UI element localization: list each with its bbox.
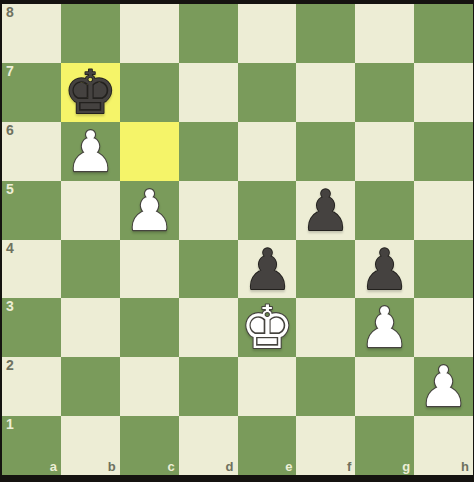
- square-f3[interactable]: [296, 298, 355, 357]
- square-a3[interactable]: 3: [2, 298, 61, 357]
- square-c1[interactable]: c: [120, 416, 179, 475]
- square-e2[interactable]: [238, 357, 297, 416]
- file-label-a: a: [50, 460, 57, 474]
- svg-text:♟: ♟: [65, 122, 115, 181]
- file-label-e: e: [285, 460, 292, 474]
- square-a6[interactable]: 6: [2, 122, 61, 181]
- svg-text:♟: ♟: [360, 240, 410, 299]
- square-a2[interactable]: 2: [2, 357, 61, 416]
- square-g2[interactable]: [355, 357, 414, 416]
- square-a7[interactable]: 7: [2, 63, 61, 122]
- white-pawn[interactable]: ♟: [61, 122, 120, 181]
- square-d5[interactable]: [179, 181, 238, 240]
- svg-text:♟: ♟: [419, 357, 469, 416]
- square-g4[interactable]: ♟: [355, 240, 414, 299]
- svg-text:♟: ♟: [301, 181, 351, 240]
- square-g1[interactable]: g: [355, 416, 414, 475]
- rank-label-4: 4: [6, 241, 14, 256]
- square-h5[interactable]: [414, 181, 473, 240]
- black-pawn[interactable]: ♟: [355, 240, 414, 299]
- square-g3[interactable]: ♟: [355, 298, 414, 357]
- square-e5[interactable]: [238, 181, 297, 240]
- square-f6[interactable]: [296, 122, 355, 181]
- square-e8[interactable]: [238, 4, 297, 63]
- file-label-d: d: [226, 460, 234, 474]
- square-b7[interactable]: ♚: [61, 63, 120, 122]
- square-f8[interactable]: [296, 4, 355, 63]
- square-h1[interactable]: h: [414, 416, 473, 475]
- square-e4[interactable]: ♟: [238, 240, 297, 299]
- square-h7[interactable]: [414, 63, 473, 122]
- square-e7[interactable]: [238, 63, 297, 122]
- square-h4[interactable]: [414, 240, 473, 299]
- rank-label-5: 5: [6, 182, 14, 197]
- square-e6[interactable]: [238, 122, 297, 181]
- file-label-b: b: [108, 460, 116, 474]
- square-e3[interactable]: ♚: [238, 298, 297, 357]
- rank-label-7: 7: [6, 64, 14, 79]
- black-king[interactable]: ♚: [61, 63, 120, 122]
- square-d3[interactable]: [179, 298, 238, 357]
- white-pawn[interactable]: ♟: [414, 357, 473, 416]
- square-f2[interactable]: [296, 357, 355, 416]
- square-c7[interactable]: [120, 63, 179, 122]
- square-f4[interactable]: [296, 240, 355, 299]
- svg-text:♚: ♚: [240, 298, 294, 357]
- square-h6[interactable]: [414, 122, 473, 181]
- square-d6[interactable]: [179, 122, 238, 181]
- white-pawn[interactable]: ♟: [355, 298, 414, 357]
- square-g7[interactable]: [355, 63, 414, 122]
- svg-text:♟: ♟: [124, 181, 174, 240]
- square-c5[interactable]: ♟: [120, 181, 179, 240]
- white-king[interactable]: ♚: [238, 298, 297, 357]
- square-b8[interactable]: [61, 4, 120, 63]
- square-f7[interactable]: [296, 63, 355, 122]
- rank-label-1: 1: [6, 417, 14, 432]
- square-d2[interactable]: [179, 357, 238, 416]
- square-b5[interactable]: [61, 181, 120, 240]
- rank-label-3: 3: [6, 299, 14, 314]
- square-h3[interactable]: [414, 298, 473, 357]
- file-label-c: c: [167, 460, 174, 474]
- white-pawn[interactable]: ♟: [120, 181, 179, 240]
- rank-label-2: 2: [6, 358, 14, 373]
- square-a8[interactable]: 8: [2, 4, 61, 63]
- square-d4[interactable]: [179, 240, 238, 299]
- square-c3[interactable]: [120, 298, 179, 357]
- square-b1[interactable]: b: [61, 416, 120, 475]
- square-h2[interactable]: ♟: [414, 357, 473, 416]
- square-c4[interactable]: [120, 240, 179, 299]
- square-d1[interactable]: d: [179, 416, 238, 475]
- square-a4[interactable]: 4: [2, 240, 61, 299]
- square-e1[interactable]: e: [238, 416, 297, 475]
- file-label-f: f: [347, 460, 351, 474]
- file-label-g: g: [402, 460, 410, 474]
- svg-text:♚: ♚: [63, 63, 117, 122]
- square-a5[interactable]: 5: [2, 181, 61, 240]
- black-pawn[interactable]: ♟: [238, 240, 297, 299]
- black-pawn[interactable]: ♟: [296, 181, 355, 240]
- square-c6[interactable]: [120, 122, 179, 181]
- rank-label-6: 6: [6, 123, 14, 138]
- file-label-h: h: [461, 460, 469, 474]
- chess-app-window: 87♚6♟5♟♟4♟♟3♚♟2♟1abcdefgh: [0, 0, 474, 482]
- square-b3[interactable]: [61, 298, 120, 357]
- square-f1[interactable]: f: [296, 416, 355, 475]
- rank-label-8: 8: [6, 5, 14, 20]
- square-g5[interactable]: [355, 181, 414, 240]
- square-g6[interactable]: [355, 122, 414, 181]
- square-d7[interactable]: [179, 63, 238, 122]
- square-b6[interactable]: ♟: [61, 122, 120, 181]
- square-b2[interactable]: [61, 357, 120, 416]
- svg-text:♟: ♟: [242, 240, 292, 299]
- square-g8[interactable]: [355, 4, 414, 63]
- chess-board: 87♚6♟5♟♟4♟♟3♚♟2♟1abcdefgh: [2, 4, 473, 475]
- square-a1[interactable]: 1a: [2, 416, 61, 475]
- square-f5[interactable]: ♟: [296, 181, 355, 240]
- square-c8[interactable]: [120, 4, 179, 63]
- square-c2[interactable]: [120, 357, 179, 416]
- square-h8[interactable]: [414, 4, 473, 63]
- square-b4[interactable]: [61, 240, 120, 299]
- square-d8[interactable]: [179, 4, 238, 63]
- svg-text:♟: ♟: [360, 298, 410, 357]
